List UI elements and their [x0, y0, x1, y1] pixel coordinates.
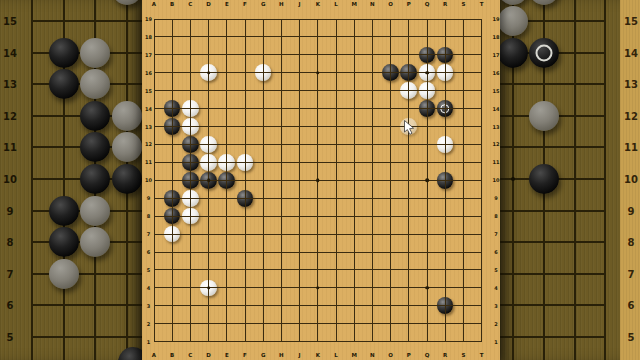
- grid-line: [154, 323, 483, 324]
- coord-label-top: J: [299, 1, 301, 7]
- coord-label-right: 15: [493, 88, 500, 94]
- coord-label-top: B: [170, 1, 174, 7]
- coord-label-bottom: O: [388, 352, 393, 358]
- background-board-left: 15141312111098765: [0, 0, 142, 360]
- bg-coord-label: 12: [624, 110, 638, 121]
- coord-label-bottom: B: [170, 352, 174, 358]
- bg-stone-gray: [112, 101, 142, 131]
- coord-label-left: 19: [145, 16, 152, 22]
- grid-line: [336, 19, 337, 342]
- bg-last-move-marker: [536, 44, 553, 61]
- star-point: [425, 71, 429, 75]
- bg-grid-line: [500, 273, 606, 275]
- bg-coord-label: 9: [628, 205, 635, 216]
- coord-label-bottom: C: [188, 352, 192, 358]
- star-point: [425, 179, 429, 183]
- bg-stone-gray: [80, 196, 110, 226]
- coord-label-right: 17: [493, 52, 500, 58]
- bg-coord-label: 14: [624, 47, 638, 58]
- bg-stone-black: [49, 69, 79, 99]
- coord-label-right: 2: [494, 321, 497, 327]
- coord-label-right: 4: [494, 285, 497, 291]
- bg-stone-black: [49, 196, 79, 226]
- coord-label-right: 11: [493, 159, 500, 165]
- grid-line: [354, 19, 355, 342]
- bg-coord-label: 14: [3, 47, 17, 58]
- coord-label-bottom: N: [370, 352, 375, 358]
- bg-coord-label: 6: [7, 300, 14, 311]
- coord-label-left: 5: [147, 267, 150, 273]
- grid-line: [154, 234, 483, 235]
- bg-stone-black: [112, 164, 142, 194]
- coord-label-right: 9: [494, 195, 497, 201]
- bg-grid-line: [500, 304, 606, 306]
- bg-coord-label: 15: [624, 16, 638, 27]
- bg-grid-line: [31, 336, 142, 338]
- coord-label-left: 4: [147, 285, 150, 291]
- coord-label-right: 18: [493, 34, 500, 40]
- coord-label-top: A: [152, 1, 156, 7]
- bg-stone-gray: [80, 38, 110, 68]
- bg-stone-black: [529, 38, 559, 68]
- go-board-app: 15141312111098765 15141312111098765 AABB…: [0, 0, 640, 360]
- bg-coord-label: 8: [628, 237, 635, 248]
- coord-label-top: C: [188, 1, 192, 7]
- bg-grid-line: [500, 210, 606, 212]
- coord-label-right: 13: [493, 124, 500, 130]
- coord-label-top: M: [351, 1, 356, 7]
- coord-label-left: 9: [147, 195, 150, 201]
- bg-stone-gray: [529, 101, 559, 131]
- coord-label-bottom: K: [316, 352, 320, 358]
- goban[interactable]: AABBCCDDEEFFGGHHJJKKLLMMNNOOPPQQRRSSTT19…: [142, 0, 500, 360]
- star-point: [207, 179, 211, 183]
- grid-line: [154, 198, 483, 199]
- star-point: [316, 179, 320, 183]
- grid-line: [154, 252, 483, 253]
- bg-coord-label: 12: [3, 110, 17, 121]
- coord-label-right: 8: [494, 213, 497, 219]
- coord-label-left: 3: [147, 303, 150, 309]
- bg-stone-gray: [49, 259, 79, 289]
- grid-line: [463, 19, 464, 342]
- bg-grid-line: [500, 241, 606, 243]
- star-point: [316, 71, 320, 75]
- bg-stone-gray: [529, 0, 559, 5]
- star-point: [425, 286, 429, 290]
- bg-stone-black: [49, 38, 79, 68]
- grid-line: [372, 19, 373, 342]
- coord-label-top: F: [243, 1, 247, 7]
- bg-coord-label: 10: [3, 174, 17, 185]
- coord-label-top: S: [461, 1, 465, 7]
- coord-label-left: 11: [145, 159, 152, 165]
- coord-label-top: P: [407, 1, 411, 7]
- coord-label-bottom: G: [261, 352, 266, 358]
- coord-label-left: 16: [145, 70, 152, 76]
- bg-coord-label: 6: [628, 300, 635, 311]
- grid-line: [408, 19, 409, 342]
- bg-stone-black: [80, 164, 110, 194]
- coord-label-left: 10: [145, 177, 152, 183]
- background-board-right: 15141312111098765: [500, 0, 640, 360]
- bg-stone-gray: [112, 0, 142, 5]
- coord-label-left: 14: [145, 106, 152, 112]
- coord-label-bottom: S: [461, 352, 465, 358]
- coord-label-right: 19: [493, 16, 500, 22]
- bg-grid-line: [500, 83, 606, 85]
- bg-coord-label: 10: [624, 174, 638, 185]
- coord-label-right: 1: [494, 339, 497, 345]
- coord-label-top: K: [316, 1, 320, 7]
- star-point: [207, 71, 211, 75]
- coord-label-left: 7: [147, 231, 150, 237]
- coord-label-bottom: A: [152, 352, 156, 358]
- bg-coord-label: 11: [3, 142, 17, 153]
- coord-label-left: 6: [147, 249, 150, 255]
- coord-label-bottom: L: [334, 352, 338, 358]
- coord-label-top: L: [334, 1, 338, 7]
- mouse-cursor-icon: [404, 120, 416, 136]
- coord-label-bottom: P: [407, 352, 411, 358]
- coord-label-right: 12: [493, 141, 500, 147]
- coord-label-right: 5: [494, 267, 497, 273]
- bg-grid-line: [500, 146, 606, 148]
- coord-label-bottom: Q: [425, 352, 430, 358]
- bg-stone-gray: [80, 227, 110, 257]
- coord-label-top: D: [206, 1, 211, 7]
- coord-label-bottom: M: [351, 352, 356, 358]
- bg-stone-black: [118, 347, 142, 360]
- coord-label-left: 15: [145, 88, 152, 94]
- coord-label-bottom: J: [299, 352, 301, 358]
- coord-label-bottom: D: [206, 352, 211, 358]
- grid-line: [154, 305, 483, 306]
- coord-label-top: O: [388, 1, 393, 7]
- coord-label-left: 18: [145, 34, 152, 40]
- grid-line: [445, 19, 446, 342]
- bg-coord-label: 7: [7, 268, 14, 279]
- coord-label-right: 10: [493, 177, 500, 183]
- bg-coord-label: 5: [7, 332, 14, 343]
- coord-label-left: 12: [145, 141, 152, 147]
- coord-label-top: N: [370, 1, 375, 7]
- bg-stone-black: [80, 101, 110, 131]
- star-point: [207, 286, 211, 290]
- bg-coord-label: 5: [628, 332, 635, 343]
- coord-label-top: G: [261, 1, 266, 7]
- coord-label-right: 16: [493, 70, 500, 76]
- grid-line: [154, 216, 483, 217]
- bg-coord-label: 9: [7, 205, 14, 216]
- star-point: [316, 286, 320, 290]
- bg-stone-gray: [112, 132, 142, 162]
- bg-stone-black: [49, 227, 79, 257]
- grid-line: [154, 269, 483, 270]
- grid-line: [390, 19, 391, 342]
- bg-stone-black: [80, 132, 110, 162]
- bg-coord-label: 13: [624, 79, 638, 90]
- bg-coord-label: 13: [3, 79, 17, 90]
- bg-stone-gray: [500, 6, 528, 36]
- bg-stone-black: [529, 164, 559, 194]
- grid-line: [481, 19, 482, 342]
- coord-label-top: E: [225, 1, 229, 7]
- coord-label-right: 3: [494, 303, 497, 309]
- coord-label-right: 6: [494, 249, 497, 255]
- coord-label-top: H: [279, 1, 284, 7]
- coord-label-left: 17: [145, 52, 152, 58]
- coord-label-right: 7: [494, 231, 497, 237]
- coord-label-left: 2: [147, 321, 150, 327]
- bg-grid-line: [31, 304, 142, 306]
- coord-label-bottom: R: [443, 352, 447, 358]
- coord-label-bottom: E: [225, 352, 229, 358]
- bg-coord-label: 7: [628, 268, 635, 279]
- coord-label-top: T: [480, 1, 484, 7]
- coord-label-bottom: F: [243, 352, 247, 358]
- coord-label-left: 13: [145, 124, 152, 130]
- bg-coord-label: 8: [7, 237, 14, 248]
- coord-label-left: 8: [147, 213, 150, 219]
- bg-star-point: [511, 177, 515, 181]
- coord-label-top: Q: [425, 1, 430, 7]
- grid-line: [154, 341, 483, 342]
- bg-stone-black: [500, 38, 528, 68]
- coord-label-bottom: T: [480, 352, 484, 358]
- coord-label-left: 1: [147, 339, 150, 345]
- bg-stone-gray: [80, 69, 110, 99]
- bg-grid-line: [500, 336, 606, 338]
- coord-label-right: 14: [493, 106, 500, 112]
- bg-coord-label: 15: [3, 16, 17, 27]
- coord-label-top: R: [443, 1, 447, 7]
- bg-coord-label: 11: [624, 142, 638, 153]
- bg-stone-gray: [500, 0, 528, 5]
- coord-label-bottom: H: [279, 352, 284, 358]
- bg-grid-line: [31, 20, 142, 22]
